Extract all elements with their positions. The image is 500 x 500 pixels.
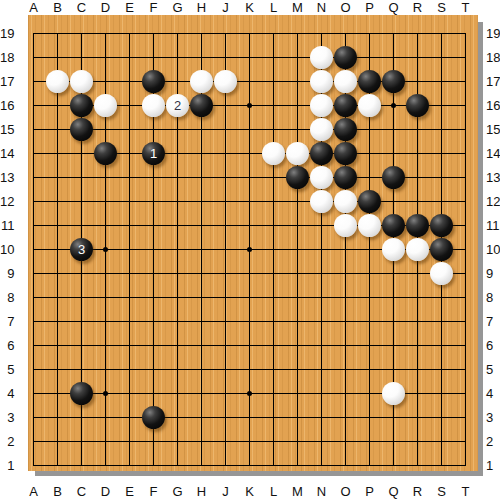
row-label-left-3: 3 <box>0 406 14 430</box>
col-label-top-M: M <box>286 0 310 15</box>
black-stone-F14-move-1[interactable]: 1 <box>142 142 165 165</box>
col-label-top-C: C <box>70 0 94 15</box>
white-stone-N18[interactable] <box>310 46 333 69</box>
black-stone-O13[interactable] <box>334 166 357 189</box>
col-label-bottom-M: M <box>286 484 310 499</box>
top-coordinates: ABCDEFGHJKLMNOPQRST <box>22 0 478 15</box>
white-stone-N12[interactable] <box>310 190 333 213</box>
col-label-bottom-S: S <box>430 484 454 499</box>
white-stone-O12[interactable] <box>334 190 357 213</box>
black-stone-N14[interactable] <box>310 142 333 165</box>
col-label-bottom-K: K <box>238 484 262 499</box>
row-label-right-4: 4 <box>486 382 500 406</box>
row-label-right-3: 3 <box>486 406 500 430</box>
left-coordinates: 19181716151413121110987654321 <box>0 22 14 478</box>
go-board-diagram: 213 ABCDEFGHJKLMNOPQRST ABCDEFGHJKLMNOPQ… <box>0 0 500 500</box>
col-label-bottom-Q: Q <box>382 484 406 499</box>
row-label-left-15: 15 <box>0 118 14 142</box>
right-coordinates: 19181716151413121110987654321 <box>486 22 500 478</box>
col-label-bottom-H: H <box>190 484 214 499</box>
black-stone-Q13[interactable] <box>382 166 405 189</box>
black-stone-O15[interactable] <box>334 118 357 141</box>
row-label-left-19: 19 <box>0 22 14 46</box>
row-label-left-6: 6 <box>0 334 14 358</box>
white-stone-N16[interactable] <box>310 94 333 117</box>
row-label-left-11: 11 <box>0 214 14 238</box>
black-stone-R16[interactable] <box>406 94 429 117</box>
row-label-left-16: 16 <box>0 94 14 118</box>
col-label-top-G: G <box>166 0 190 15</box>
col-label-bottom-L: L <box>262 484 286 499</box>
black-stone-D14[interactable] <box>94 142 117 165</box>
col-label-top-B: B <box>46 0 70 15</box>
row-label-left-2: 2 <box>0 430 14 454</box>
col-label-bottom-N: N <box>310 484 334 499</box>
col-label-bottom-D: D <box>94 484 118 499</box>
row-label-left-13: 13 <box>0 166 14 190</box>
black-stone-H16[interactable] <box>190 94 213 117</box>
col-label-bottom-P: P <box>358 484 382 499</box>
row-label-left-9: 9 <box>0 262 14 286</box>
col-label-top-P: P <box>358 0 382 15</box>
row-label-left-14: 14 <box>0 142 14 166</box>
white-stone-D16[interactable] <box>94 94 117 117</box>
col-label-top-D: D <box>94 0 118 15</box>
col-label-bottom-G: G <box>166 484 190 499</box>
white-stone-O17[interactable] <box>334 70 357 93</box>
white-stone-S9[interactable] <box>430 262 453 285</box>
row-label-left-7: 7 <box>0 310 14 334</box>
row-label-right-14: 14 <box>486 142 500 166</box>
black-stone-R11[interactable] <box>406 214 429 237</box>
col-label-bottom-O: O <box>334 484 358 499</box>
row-label-right-7: 7 <box>486 310 500 334</box>
col-label-top-T: T <box>454 0 478 15</box>
col-label-top-A: A <box>22 0 46 15</box>
row-label-left-8: 8 <box>0 286 14 310</box>
row-label-left-12: 12 <box>0 190 14 214</box>
black-stone-C16[interactable] <box>70 94 93 117</box>
col-label-bottom-R: R <box>406 484 430 499</box>
row-label-left-17: 17 <box>0 70 14 94</box>
black-stone-Q17[interactable] <box>382 70 405 93</box>
col-label-top-Q: Q <box>382 0 406 15</box>
row-label-right-17: 17 <box>486 70 500 94</box>
col-label-bottom-F: F <box>142 484 166 499</box>
white-stone-O11[interactable] <box>334 214 357 237</box>
col-label-top-F: F <box>142 0 166 15</box>
row-label-right-13: 13 <box>486 166 500 190</box>
white-stone-J17[interactable] <box>214 70 237 93</box>
white-stone-N13[interactable] <box>310 166 333 189</box>
col-label-top-N: N <box>310 0 334 15</box>
row-label-left-4: 4 <box>0 382 14 406</box>
bottom-coordinates: ABCDEFGHJKLMNOPQRST <box>22 484 478 499</box>
col-label-bottom-T: T <box>454 484 478 499</box>
row-label-right-1: 1 <box>486 454 500 478</box>
row-label-right-16: 16 <box>486 94 500 118</box>
row-label-right-10: 10 <box>486 238 500 262</box>
white-stone-P11[interactable] <box>358 214 381 237</box>
black-stone-F3[interactable] <box>142 406 165 429</box>
black-stone-S11[interactable] <box>430 214 453 237</box>
col-label-bottom-A: A <box>22 484 46 499</box>
col-label-top-R: R <box>406 0 430 15</box>
row-label-left-10: 10 <box>0 238 14 262</box>
white-stone-Q10[interactable] <box>382 238 405 261</box>
col-label-bottom-J: J <box>214 484 238 499</box>
black-stone-C10-move-3[interactable]: 3 <box>70 238 93 261</box>
black-stone-Q11[interactable] <box>382 214 405 237</box>
white-stone-P16[interactable] <box>358 94 381 117</box>
col-label-bottom-E: E <box>118 484 142 499</box>
black-stone-O16[interactable] <box>334 94 357 117</box>
row-label-left-5: 5 <box>0 358 14 382</box>
white-stone-G16-move-2[interactable]: 2 <box>166 94 189 117</box>
col-label-top-S: S <box>430 0 454 15</box>
col-label-top-E: E <box>118 0 142 15</box>
col-label-top-L: L <box>262 0 286 15</box>
col-label-bottom-C: C <box>70 484 94 499</box>
row-label-right-15: 15 <box>486 118 500 142</box>
white-stone-F16[interactable] <box>142 94 165 117</box>
row-label-right-11: 11 <box>486 214 500 238</box>
col-label-top-H: H <box>190 0 214 15</box>
white-stone-N17[interactable] <box>310 70 333 93</box>
white-stone-C17[interactable] <box>70 70 93 93</box>
row-label-right-2: 2 <box>486 430 500 454</box>
white-stone-B17[interactable] <box>46 70 69 93</box>
white-stone-Q4[interactable] <box>382 382 405 405</box>
black-stone-P12[interactable] <box>358 190 381 213</box>
white-stone-L14[interactable] <box>262 142 285 165</box>
row-label-right-18: 18 <box>486 46 500 70</box>
white-stone-M14[interactable] <box>286 142 309 165</box>
col-label-bottom-B: B <box>46 484 70 499</box>
row-label-left-18: 18 <box>0 46 14 70</box>
col-label-top-J: J <box>214 0 238 15</box>
black-stone-F17[interactable] <box>142 70 165 93</box>
white-stone-N15[interactable] <box>310 118 333 141</box>
black-stone-P17[interactable] <box>358 70 381 93</box>
stones-layer: 213 <box>22 22 478 478</box>
white-stone-R10[interactable] <box>406 238 429 261</box>
row-label-right-19: 19 <box>486 22 500 46</box>
col-label-top-K: K <box>238 0 262 15</box>
col-label-top-O: O <box>334 0 358 15</box>
row-label-right-9: 9 <box>486 262 500 286</box>
white-stone-H17[interactable] <box>190 70 213 93</box>
row-label-right-6: 6 <box>486 334 500 358</box>
black-stone-O18[interactable] <box>334 46 357 69</box>
row-label-right-5: 5 <box>486 358 500 382</box>
row-label-right-8: 8 <box>486 286 500 310</box>
black-stone-M13[interactable] <box>286 166 309 189</box>
row-label-right-12: 12 <box>486 190 500 214</box>
row-label-left-1: 1 <box>0 454 14 478</box>
black-stone-S10[interactable] <box>430 238 453 261</box>
black-stone-C4[interactable] <box>70 382 93 405</box>
black-stone-C15[interactable] <box>70 118 93 141</box>
black-stone-O14[interactable] <box>334 142 357 165</box>
